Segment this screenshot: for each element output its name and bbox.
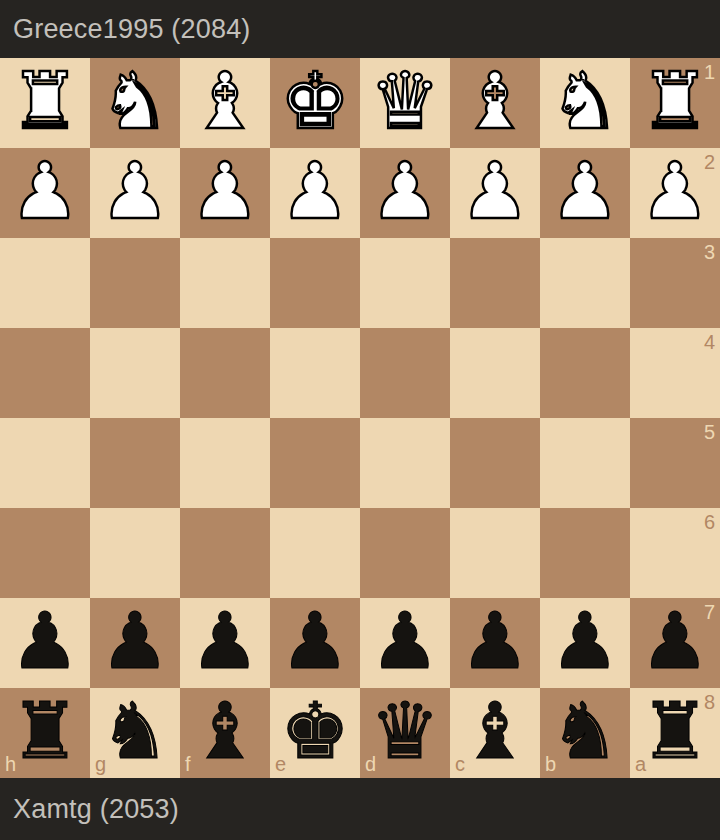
square-e7[interactable]: ♟	[270, 598, 360, 688]
square-a8[interactable]: ♜8a	[630, 688, 720, 778]
black-king: ♚	[280, 692, 350, 770]
coord-file-e: e	[275, 754, 286, 774]
black-pawn: ♟	[370, 602, 440, 680]
coord-rank-5: 5	[704, 422, 715, 442]
black-pawn: ♟	[100, 602, 170, 680]
black-pawn: ♟	[640, 602, 710, 680]
coord-rank-1: 1	[704, 62, 715, 82]
square-g8[interactable]: ♞g	[90, 688, 180, 778]
white-rook: ♜	[640, 62, 710, 140]
square-c6[interactable]	[450, 508, 540, 598]
square-e2[interactable]: ♟	[270, 148, 360, 238]
square-d7[interactable]: ♟	[360, 598, 450, 688]
white-rook: ♜	[10, 62, 80, 140]
square-a3[interactable]: 3	[630, 238, 720, 328]
white-king: ♚	[280, 62, 350, 140]
white-pawn: ♟	[640, 152, 710, 230]
black-pawn: ♟	[460, 602, 530, 680]
square-e8[interactable]: ♚e	[270, 688, 360, 778]
square-g7[interactable]: ♟	[90, 598, 180, 688]
coord-file-f: f	[185, 754, 191, 774]
square-h6[interactable]	[0, 508, 90, 598]
square-g4[interactable]	[90, 328, 180, 418]
black-knight: ♞	[550, 692, 620, 770]
player-bottom-label: Xamtg (2053)	[13, 794, 179, 825]
square-c7[interactable]: ♟	[450, 598, 540, 688]
player-top-label: Greece1995 (2084)	[13, 14, 251, 45]
square-e1[interactable]: ♚	[270, 58, 360, 148]
white-queen: ♛	[370, 62, 440, 140]
coord-file-a: a	[635, 754, 646, 774]
black-rook: ♜	[640, 692, 710, 770]
white-pawn: ♟	[370, 152, 440, 230]
square-d5[interactable]	[360, 418, 450, 508]
square-b3[interactable]	[540, 238, 630, 328]
square-e4[interactable]	[270, 328, 360, 418]
coord-file-c: c	[455, 754, 465, 774]
square-g6[interactable]	[90, 508, 180, 598]
square-b6[interactable]	[540, 508, 630, 598]
square-f7[interactable]: ♟	[180, 598, 270, 688]
white-pawn: ♟	[10, 152, 80, 230]
square-d3[interactable]	[360, 238, 450, 328]
white-knight: ♞	[550, 62, 620, 140]
square-b1[interactable]: ♞	[540, 58, 630, 148]
white-bishop: ♝	[460, 62, 530, 140]
white-bishop: ♝	[190, 62, 260, 140]
black-pawn: ♟	[550, 602, 620, 680]
white-knight: ♞	[100, 62, 170, 140]
square-h4[interactable]	[0, 328, 90, 418]
square-f8[interactable]: ♝f	[180, 688, 270, 778]
coord-file-h: h	[5, 754, 16, 774]
square-f4[interactable]	[180, 328, 270, 418]
coord-file-d: d	[365, 754, 376, 774]
square-d4[interactable]	[360, 328, 450, 418]
black-bishop: ♝	[460, 692, 530, 770]
square-h5[interactable]	[0, 418, 90, 508]
square-g2[interactable]: ♟	[90, 148, 180, 238]
square-f3[interactable]	[180, 238, 270, 328]
square-h1[interactable]: ♜	[0, 58, 90, 148]
square-d1[interactable]: ♛	[360, 58, 450, 148]
square-d8[interactable]: ♛d	[360, 688, 450, 778]
square-c2[interactable]: ♟	[450, 148, 540, 238]
square-a2[interactable]: ♟2	[630, 148, 720, 238]
coord-rank-6: 6	[704, 512, 715, 532]
square-c1[interactable]: ♝	[450, 58, 540, 148]
black-rook: ♜	[10, 692, 80, 770]
white-pawn: ♟	[550, 152, 620, 230]
white-pawn: ♟	[190, 152, 260, 230]
square-e5[interactable]	[270, 418, 360, 508]
square-c4[interactable]	[450, 328, 540, 418]
player-bar-bottom: Xamtg (2053)	[0, 778, 720, 840]
coord-rank-8: 8	[704, 692, 715, 712]
square-e3[interactable]	[270, 238, 360, 328]
square-g1[interactable]: ♞	[90, 58, 180, 148]
square-b2[interactable]: ♟	[540, 148, 630, 238]
white-pawn: ♟	[460, 152, 530, 230]
square-a7[interactable]: ♟7	[630, 598, 720, 688]
square-f5[interactable]	[180, 418, 270, 508]
square-f2[interactable]: ♟	[180, 148, 270, 238]
square-f1[interactable]: ♝	[180, 58, 270, 148]
coord-rank-3: 3	[704, 242, 715, 262]
square-b7[interactable]: ♟	[540, 598, 630, 688]
black-pawn: ♟	[280, 602, 350, 680]
square-h7[interactable]: ♟	[0, 598, 90, 688]
chess-board: ♜♞♝♚♛♝♞♜1♟♟♟♟♟♟♟♟23456♟♟♟♟♟♟♟♟7♜h♞g♝f♚e♛…	[0, 58, 720, 778]
square-c8[interactable]: ♝c	[450, 688, 540, 778]
square-a1[interactable]: ♜1	[630, 58, 720, 148]
square-a6[interactable]: 6	[630, 508, 720, 598]
square-b4[interactable]	[540, 328, 630, 418]
square-a4[interactable]: 4	[630, 328, 720, 418]
square-g5[interactable]	[90, 418, 180, 508]
square-d2[interactable]: ♟	[360, 148, 450, 238]
black-pawn: ♟	[10, 602, 80, 680]
square-h2[interactable]: ♟	[0, 148, 90, 238]
player-bar-top: Greece1995 (2084)	[0, 0, 720, 58]
square-a5[interactable]: 5	[630, 418, 720, 508]
square-g3[interactable]	[90, 238, 180, 328]
black-knight: ♞	[100, 692, 170, 770]
square-h3[interactable]	[0, 238, 90, 328]
coord-rank-2: 2	[704, 152, 715, 172]
square-e6[interactable]	[270, 508, 360, 598]
square-d6[interactable]	[360, 508, 450, 598]
coord-file-b: b	[545, 754, 556, 774]
square-f6[interactable]	[180, 508, 270, 598]
black-pawn: ♟	[190, 602, 260, 680]
square-b5[interactable]	[540, 418, 630, 508]
square-h8[interactable]: ♜h	[0, 688, 90, 778]
chess-app: Greece1995 (2084) ♜♞♝♚♛♝♞♜1♟♟♟♟♟♟♟♟23456…	[0, 0, 720, 840]
white-pawn: ♟	[100, 152, 170, 230]
square-c3[interactable]	[450, 238, 540, 328]
black-bishop: ♝	[190, 692, 260, 770]
coord-file-g: g	[95, 754, 106, 774]
square-b8[interactable]: ♞b	[540, 688, 630, 778]
square-c5[interactable]	[450, 418, 540, 508]
black-queen: ♛	[370, 692, 440, 770]
coord-rank-7: 7	[704, 602, 715, 622]
coord-rank-4: 4	[704, 332, 715, 352]
white-pawn: ♟	[280, 152, 350, 230]
